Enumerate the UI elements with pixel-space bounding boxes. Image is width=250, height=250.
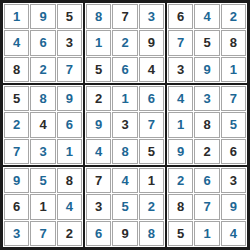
cell-r7c9[interactable]: 3 xyxy=(221,168,246,193)
box-5: 216937485 xyxy=(84,84,166,166)
cell-r2c4[interactable]: 1 xyxy=(86,30,111,55)
cell-r4c1[interactable]: 5 xyxy=(4,86,29,111)
cell-r8c1[interactable]: 6 xyxy=(4,194,29,219)
cell-r8c4[interactable]: 3 xyxy=(86,194,111,219)
cell-r1c2[interactable]: 9 xyxy=(30,4,55,29)
cell-r9c7[interactable]: 5 xyxy=(168,221,193,246)
cell-r4c6[interactable]: 6 xyxy=(139,86,164,111)
cell-r4c2[interactable]: 8 xyxy=(30,86,55,111)
cell-r3c8[interactable]: 9 xyxy=(194,57,219,82)
cell-r3c9[interactable]: 1 xyxy=(221,57,246,82)
cell-r7c2[interactable]: 5 xyxy=(30,168,55,193)
cell-r1c1[interactable]: 1 xyxy=(4,4,29,29)
cell-r1c4[interactable]: 8 xyxy=(86,4,111,29)
cell-r8c3[interactable]: 4 xyxy=(57,194,82,219)
cell-r2c2[interactable]: 6 xyxy=(30,30,55,55)
cell-r3c3[interactable]: 7 xyxy=(57,57,82,82)
cell-r5c3[interactable]: 6 xyxy=(57,112,82,137)
cell-r1c5[interactable]: 7 xyxy=(112,4,137,29)
cell-r4c4[interactable]: 2 xyxy=(86,86,111,111)
cell-r6c2[interactable]: 3 xyxy=(30,139,55,164)
box-1: 195463827 xyxy=(2,2,84,84)
box-4: 589246731 xyxy=(2,84,84,166)
cell-r7c6[interactable]: 1 xyxy=(139,168,164,193)
cell-r1c3[interactable]: 5 xyxy=(57,4,82,29)
cell-r9c1[interactable]: 3 xyxy=(4,221,29,246)
cell-r8c2[interactable]: 1 xyxy=(30,194,55,219)
cell-r5c2[interactable]: 4 xyxy=(30,112,55,137)
cell-r5c8[interactable]: 8 xyxy=(194,112,219,137)
cell-r7c7[interactable]: 2 xyxy=(168,168,193,193)
cell-r4c8[interactable]: 3 xyxy=(194,86,219,111)
cell-r9c4[interactable]: 6 xyxy=(86,221,111,246)
cell-r3c4[interactable]: 5 xyxy=(86,57,111,82)
sudoku-board: 1954638278731295646427583915892467312169… xyxy=(0,0,250,250)
cell-r3c2[interactable]: 2 xyxy=(30,57,55,82)
cell-r9c2[interactable]: 7 xyxy=(30,221,55,246)
cell-r7c4[interactable]: 7 xyxy=(86,168,111,193)
cell-r6c3[interactable]: 1 xyxy=(57,139,82,164)
cell-r6c8[interactable]: 2 xyxy=(194,139,219,164)
cell-r2c5[interactable]: 2 xyxy=(112,30,137,55)
cell-r2c9[interactable]: 8 xyxy=(221,30,246,55)
cell-r5c7[interactable]: 1 xyxy=(168,112,193,137)
cell-r6c6[interactable]: 5 xyxy=(139,139,164,164)
box-8: 741352698 xyxy=(84,166,166,248)
cell-r7c5[interactable]: 4 xyxy=(112,168,137,193)
cell-r7c8[interactable]: 6 xyxy=(194,168,219,193)
cell-r6c1[interactable]: 7 xyxy=(4,139,29,164)
box-9: 263879514 xyxy=(166,166,248,248)
box-7: 958614372 xyxy=(2,166,84,248)
cell-r8c6[interactable]: 2 xyxy=(139,194,164,219)
cell-r9c3[interactable]: 2 xyxy=(57,221,82,246)
cell-r1c6[interactable]: 3 xyxy=(139,4,164,29)
cell-r2c1[interactable]: 4 xyxy=(4,30,29,55)
cell-r9c9[interactable]: 4 xyxy=(221,221,246,246)
cell-r6c7[interactable]: 9 xyxy=(168,139,193,164)
cell-r4c5[interactable]: 1 xyxy=(112,86,137,111)
cell-r2c8[interactable]: 5 xyxy=(194,30,219,55)
cell-r5c5[interactable]: 3 xyxy=(112,112,137,137)
box-2: 873129564 xyxy=(84,2,166,84)
cell-r9c8[interactable]: 1 xyxy=(194,221,219,246)
cell-r6c5[interactable]: 8 xyxy=(112,139,137,164)
box-3: 642758391 xyxy=(166,2,248,84)
cell-r1c8[interactable]: 4 xyxy=(194,4,219,29)
cell-r3c5[interactable]: 6 xyxy=(112,57,137,82)
cell-r3c7[interactable]: 3 xyxy=(168,57,193,82)
box-6: 437185926 xyxy=(166,84,248,166)
cell-r5c4[interactable]: 9 xyxy=(86,112,111,137)
cell-r1c7[interactable]: 6 xyxy=(168,4,193,29)
cell-r2c3[interactable]: 3 xyxy=(57,30,82,55)
cell-r8c5[interactable]: 5 xyxy=(112,194,137,219)
cell-r2c7[interactable]: 7 xyxy=(168,30,193,55)
cell-r4c9[interactable]: 7 xyxy=(221,86,246,111)
cell-r2c6[interactable]: 9 xyxy=(139,30,164,55)
cell-r8c8[interactable]: 7 xyxy=(194,194,219,219)
cell-r4c7[interactable]: 4 xyxy=(168,86,193,111)
cell-r5c6[interactable]: 7 xyxy=(139,112,164,137)
cell-r9c5[interactable]: 9 xyxy=(112,221,137,246)
cell-r8c9[interactable]: 9 xyxy=(221,194,246,219)
cell-r3c6[interactable]: 4 xyxy=(139,57,164,82)
cell-r9c6[interactable]: 8 xyxy=(139,221,164,246)
cell-r7c3[interactable]: 8 xyxy=(57,168,82,193)
cell-r3c1[interactable]: 8 xyxy=(4,57,29,82)
cell-r6c4[interactable]: 4 xyxy=(86,139,111,164)
cell-r5c1[interactable]: 2 xyxy=(4,112,29,137)
cell-r1c9[interactable]: 2 xyxy=(221,4,246,29)
cell-r6c9[interactable]: 6 xyxy=(221,139,246,164)
cell-r8c7[interactable]: 8 xyxy=(168,194,193,219)
cell-r7c1[interactable]: 9 xyxy=(4,168,29,193)
cell-r4c3[interactable]: 9 xyxy=(57,86,82,111)
cell-r5c9[interactable]: 5 xyxy=(221,112,246,137)
